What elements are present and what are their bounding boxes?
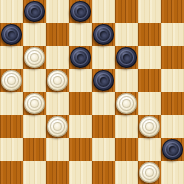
square-e1[interactable] <box>92 161 115 184</box>
white-man-b6[interactable] <box>24 47 45 68</box>
piece-ring <box>50 73 65 88</box>
black-man-b8[interactable] <box>24 1 45 22</box>
square-a8 <box>0 0 23 23</box>
piece-ring <box>27 96 42 111</box>
black-man-d8[interactable] <box>70 1 91 22</box>
square-d4[interactable] <box>69 92 92 115</box>
square-c8 <box>46 0 69 23</box>
square-c2 <box>46 138 69 161</box>
square-b7 <box>23 23 46 46</box>
square-c6 <box>46 46 69 69</box>
square-h2[interactable] <box>161 138 184 161</box>
square-c7[interactable] <box>46 23 69 46</box>
square-e3[interactable] <box>92 115 115 138</box>
square-c4 <box>46 92 69 115</box>
square-b3 <box>23 115 46 138</box>
piece-ring <box>73 4 88 19</box>
square-g5[interactable] <box>138 69 161 92</box>
square-g2 <box>138 138 161 161</box>
black-man-f6[interactable] <box>116 47 137 68</box>
piece-ring <box>142 165 157 180</box>
black-man-h2[interactable] <box>162 139 183 160</box>
piece-ring <box>4 27 19 42</box>
white-man-g3[interactable] <box>139 116 160 137</box>
square-f6[interactable] <box>115 46 138 69</box>
piece-ring <box>96 73 111 88</box>
square-c3[interactable] <box>46 115 69 138</box>
square-e2 <box>92 138 115 161</box>
white-man-g1[interactable] <box>139 162 160 183</box>
white-man-b4[interactable] <box>24 93 45 114</box>
square-h6[interactable] <box>161 46 184 69</box>
square-d7 <box>69 23 92 46</box>
square-a1[interactable] <box>0 161 23 184</box>
black-man-a7[interactable] <box>1 24 22 45</box>
square-h1 <box>161 161 184 184</box>
square-e5[interactable] <box>92 69 115 92</box>
square-d6[interactable] <box>69 46 92 69</box>
square-f7 <box>115 23 138 46</box>
piece-ring <box>96 27 111 42</box>
square-d3 <box>69 115 92 138</box>
piece-ring <box>165 142 180 157</box>
square-g3[interactable] <box>138 115 161 138</box>
square-a4 <box>0 92 23 115</box>
square-e6 <box>92 46 115 69</box>
square-e8 <box>92 0 115 23</box>
square-g6 <box>138 46 161 69</box>
piece-ring <box>73 50 88 65</box>
piece-ring <box>50 119 65 134</box>
square-f2[interactable] <box>115 138 138 161</box>
square-h4[interactable] <box>161 92 184 115</box>
square-c1[interactable] <box>46 161 69 184</box>
checkers-board <box>0 0 184 184</box>
square-a2 <box>0 138 23 161</box>
piece-ring <box>4 73 19 88</box>
square-b6[interactable] <box>23 46 46 69</box>
square-g4 <box>138 92 161 115</box>
black-man-e7[interactable] <box>93 24 114 45</box>
piece-ring <box>27 4 42 19</box>
square-g7[interactable] <box>138 23 161 46</box>
piece-ring <box>119 50 134 65</box>
square-g1[interactable] <box>138 161 161 184</box>
square-a7[interactable] <box>0 23 23 46</box>
black-man-e5[interactable] <box>93 70 114 91</box>
black-man-d6[interactable] <box>70 47 91 68</box>
white-man-c3[interactable] <box>47 116 68 137</box>
white-man-a5[interactable] <box>1 70 22 91</box>
square-d8[interactable] <box>69 0 92 23</box>
piece-ring <box>142 119 157 134</box>
square-f1 <box>115 161 138 184</box>
piece-ring <box>27 50 42 65</box>
square-c5[interactable] <box>46 69 69 92</box>
square-b8[interactable] <box>23 0 46 23</box>
square-e7[interactable] <box>92 23 115 46</box>
square-d5 <box>69 69 92 92</box>
square-d1 <box>69 161 92 184</box>
square-f3 <box>115 115 138 138</box>
white-man-f4[interactable] <box>116 93 137 114</box>
square-h3 <box>161 115 184 138</box>
square-g8 <box>138 0 161 23</box>
square-a5[interactable] <box>0 69 23 92</box>
square-b2[interactable] <box>23 138 46 161</box>
square-a3[interactable] <box>0 115 23 138</box>
square-a6 <box>0 46 23 69</box>
square-b5 <box>23 69 46 92</box>
square-e4 <box>92 92 115 115</box>
white-man-c5[interactable] <box>47 70 68 91</box>
square-f4[interactable] <box>115 92 138 115</box>
square-h5 <box>161 69 184 92</box>
square-b4[interactable] <box>23 92 46 115</box>
square-b1 <box>23 161 46 184</box>
square-f5 <box>115 69 138 92</box>
square-h7 <box>161 23 184 46</box>
square-h8[interactable] <box>161 0 184 23</box>
square-d2[interactable] <box>69 138 92 161</box>
piece-ring <box>119 96 134 111</box>
square-f8[interactable] <box>115 0 138 23</box>
